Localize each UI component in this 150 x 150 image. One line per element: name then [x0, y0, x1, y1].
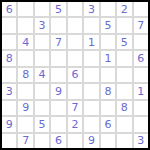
cell-r5c4[interactable] — [51, 68, 65, 82]
given-digit: 6 — [71, 69, 78, 80]
given-digit: 5 — [39, 119, 46, 130]
cell-r1c8: 2 — [117, 2, 131, 16]
cell-r4c2[interactable] — [18, 51, 32, 65]
given-digit: 9 — [88, 135, 95, 146]
cell-r2c1[interactable] — [2, 18, 16, 32]
cell-r7c6[interactable] — [84, 101, 98, 115]
cell-r2c6[interactable] — [84, 18, 98, 32]
given-digit: 5 — [104, 20, 111, 31]
cell-r8c3: 5 — [35, 117, 49, 131]
cell-r6c5[interactable] — [68, 84, 82, 98]
given-digit: 6 — [137, 53, 144, 64]
cell-r7c8: 8 — [117, 101, 131, 115]
cell-r2c9: 7 — [134, 18, 148, 32]
cell-r5c8[interactable] — [117, 68, 131, 82]
cell-r7c5: 7 — [68, 101, 82, 115]
cell-r1c3[interactable] — [35, 2, 49, 16]
given-digit: 6 — [6, 4, 13, 15]
cell-r1c9[interactable] — [134, 2, 148, 16]
cell-r5c1[interactable] — [2, 68, 16, 82]
cell-r5c3: 4 — [35, 68, 49, 82]
cell-r4c9: 6 — [134, 51, 148, 65]
cell-r9c6: 9 — [84, 134, 98, 148]
cell-r9c4: 6 — [51, 134, 65, 148]
given-digit: 4 — [39, 69, 46, 80]
cell-r9c8[interactable] — [117, 134, 131, 148]
cell-r6c6[interactable] — [84, 84, 98, 98]
cell-r7c7[interactable] — [101, 101, 115, 115]
cell-r7c1[interactable] — [2, 101, 16, 115]
cell-r2c8[interactable] — [117, 18, 131, 32]
cell-r9c5[interactable] — [68, 134, 82, 148]
cell-r7c2: 9 — [18, 101, 32, 115]
cell-r8c2[interactable] — [18, 117, 32, 131]
cell-r4c7: 1 — [101, 51, 115, 65]
cell-r4c4[interactable] — [51, 51, 65, 65]
given-digit: 8 — [6, 53, 13, 64]
cell-r2c3: 3 — [35, 18, 49, 32]
cell-r1c2[interactable] — [18, 2, 32, 16]
cell-r8c4[interactable] — [51, 117, 65, 131]
cell-r3c9[interactable] — [134, 35, 148, 49]
cell-r1c4: 5 — [51, 2, 65, 16]
cell-r5c5: 6 — [68, 68, 82, 82]
cell-r6c8[interactable] — [117, 84, 131, 98]
cell-r4c5[interactable] — [68, 51, 82, 65]
given-digit: 1 — [137, 86, 144, 97]
cell-r8c6[interactable] — [84, 117, 98, 131]
cell-r6c4: 9 — [51, 84, 65, 98]
cell-r2c5[interactable] — [68, 18, 82, 32]
cell-r8c8[interactable] — [117, 117, 131, 131]
cell-r1c1: 6 — [2, 2, 16, 16]
cell-r4c6[interactable] — [84, 51, 98, 65]
cell-r3c2: 4 — [18, 35, 32, 49]
given-digit: 4 — [22, 37, 29, 48]
given-digit: 7 — [71, 102, 78, 113]
cell-r7c9[interactable] — [134, 101, 148, 115]
cell-r3c3[interactable] — [35, 35, 49, 49]
cell-r3c7[interactable] — [101, 35, 115, 49]
cell-r6c9: 1 — [134, 84, 148, 98]
cell-r4c3[interactable] — [35, 51, 49, 65]
given-digit: 2 — [71, 119, 78, 130]
given-digit: 6 — [104, 119, 111, 130]
cell-r5c2: 8 — [18, 68, 32, 82]
cell-r6c7: 8 — [101, 84, 115, 98]
cell-r1c7[interactable] — [101, 2, 115, 16]
cell-r7c3[interactable] — [35, 101, 49, 115]
given-digit: 5 — [55, 4, 62, 15]
given-digit: 7 — [55, 37, 62, 48]
given-digit: 3 — [6, 86, 13, 97]
given-digit: 3 — [137, 135, 144, 146]
cell-r5c9[interactable] — [134, 68, 148, 82]
given-digit: 7 — [22, 135, 29, 146]
cell-r1c6: 3 — [84, 2, 98, 16]
cell-r3c8: 5 — [117, 35, 131, 49]
given-digit: 3 — [39, 20, 46, 31]
given-digit: 5 — [121, 37, 128, 48]
given-digit: 9 — [22, 102, 29, 113]
cell-r6c2[interactable] — [18, 84, 32, 98]
given-digit: 8 — [104, 86, 111, 97]
given-digit: 8 — [121, 102, 128, 113]
cell-r5c6[interactable] — [84, 68, 98, 82]
cell-r3c1[interactable] — [2, 35, 16, 49]
given-digit: 9 — [6, 119, 13, 130]
given-digit: 2 — [121, 4, 128, 15]
sudoku-board: 65323574715816846398197895267693 — [0, 0, 150, 150]
cell-r3c4: 7 — [51, 35, 65, 49]
cell-r9c1[interactable] — [2, 134, 16, 148]
cell-r6c3[interactable] — [35, 84, 49, 98]
cell-r9c9: 3 — [134, 134, 148, 148]
cell-r2c7: 5 — [101, 18, 115, 32]
cell-r8c9[interactable] — [134, 117, 148, 131]
cell-r9c7[interactable] — [101, 134, 115, 148]
cell-r4c1: 8 — [2, 51, 16, 65]
given-digit: 1 — [88, 37, 95, 48]
cell-r9c2: 7 — [18, 134, 32, 148]
given-digit: 8 — [22, 69, 29, 80]
given-digit: 9 — [55, 86, 62, 97]
cell-r8c5: 2 — [68, 117, 82, 131]
cell-r8c7: 6 — [101, 117, 115, 131]
cell-r3c5[interactable] — [68, 35, 82, 49]
given-digit: 3 — [88, 4, 95, 15]
cell-r9c3[interactable] — [35, 134, 49, 148]
given-digit: 1 — [104, 53, 111, 64]
cell-r2c2[interactable] — [18, 18, 32, 32]
cell-r6c1: 3 — [2, 84, 16, 98]
cell-r3c6: 1 — [84, 35, 98, 49]
cell-r8c1: 9 — [2, 117, 16, 131]
cell-r4c8[interactable] — [117, 51, 131, 65]
cell-r7c4[interactable] — [51, 101, 65, 115]
cell-r2c4[interactable] — [51, 18, 65, 32]
cell-r1c5[interactable] — [68, 2, 82, 16]
cell-r5c7[interactable] — [101, 68, 115, 82]
given-digit: 7 — [137, 20, 144, 31]
given-digit: 6 — [55, 135, 62, 146]
